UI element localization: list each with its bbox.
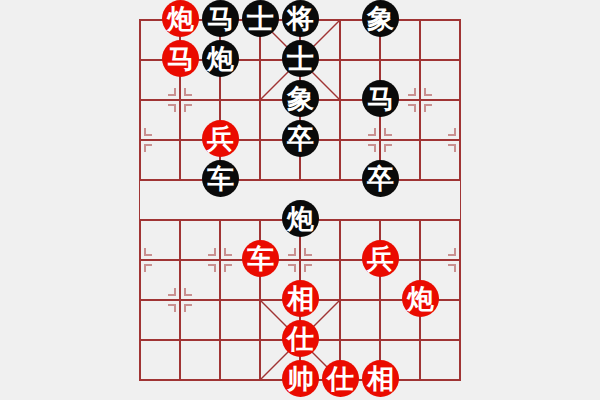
piece-black-general[interactable]: 将: [282, 0, 319, 37]
piece-black-chariot[interactable]: 车: [202, 160, 239, 197]
piece-red-chariot[interactable]: 车: [242, 240, 279, 277]
piece-black-soldier[interactable]: 卒: [362, 160, 399, 197]
piece-black-cannon[interactable]: 炮: [202, 40, 239, 77]
piece-black-horse[interactable]: 马: [202, 0, 239, 37]
piece-black-cannon[interactable]: 炮: [282, 200, 319, 237]
piece-red-pawn[interactable]: 兵: [362, 240, 399, 277]
piece-red-pawn[interactable]: 兵: [202, 120, 239, 157]
piece-red-king[interactable]: 帅: [282, 360, 319, 397]
piece-red-cannon[interactable]: 炮: [162, 0, 199, 37]
piece-red-advisor[interactable]: 仕: [322, 360, 359, 397]
piece-black-advisor[interactable]: 士: [282, 40, 319, 77]
piece-black-soldier[interactable]: 卒: [282, 120, 319, 157]
piece-red-cannon[interactable]: 炮: [402, 280, 439, 317]
piece-black-elephant[interactable]: 象: [282, 80, 319, 117]
piece-red-advisor[interactable]: 仕: [282, 320, 319, 357]
piece-red-elephant[interactable]: 相: [282, 280, 319, 317]
piece-black-elephant[interactable]: 象: [362, 0, 399, 37]
xiangqi-board[interactable]: 炮马士将象马炮士象马兵卒车卒炮车兵相炮仕帅仕相: [140, 20, 460, 380]
piece-red-elephant[interactable]: 相: [362, 360, 399, 397]
piece-black-horse[interactable]: 马: [362, 80, 399, 117]
piece-red-horse[interactable]: 马: [162, 40, 199, 77]
xiangqi-app: 炮马士将象马炮士象马兵卒车卒炮车兵相炮仕帅仕相: [0, 0, 600, 400]
piece-black-advisor[interactable]: 士: [242, 0, 279, 37]
pieces-layer: 炮马士将象马炮士象马兵卒车卒炮车兵相炮仕帅仕相: [140, 20, 460, 380]
